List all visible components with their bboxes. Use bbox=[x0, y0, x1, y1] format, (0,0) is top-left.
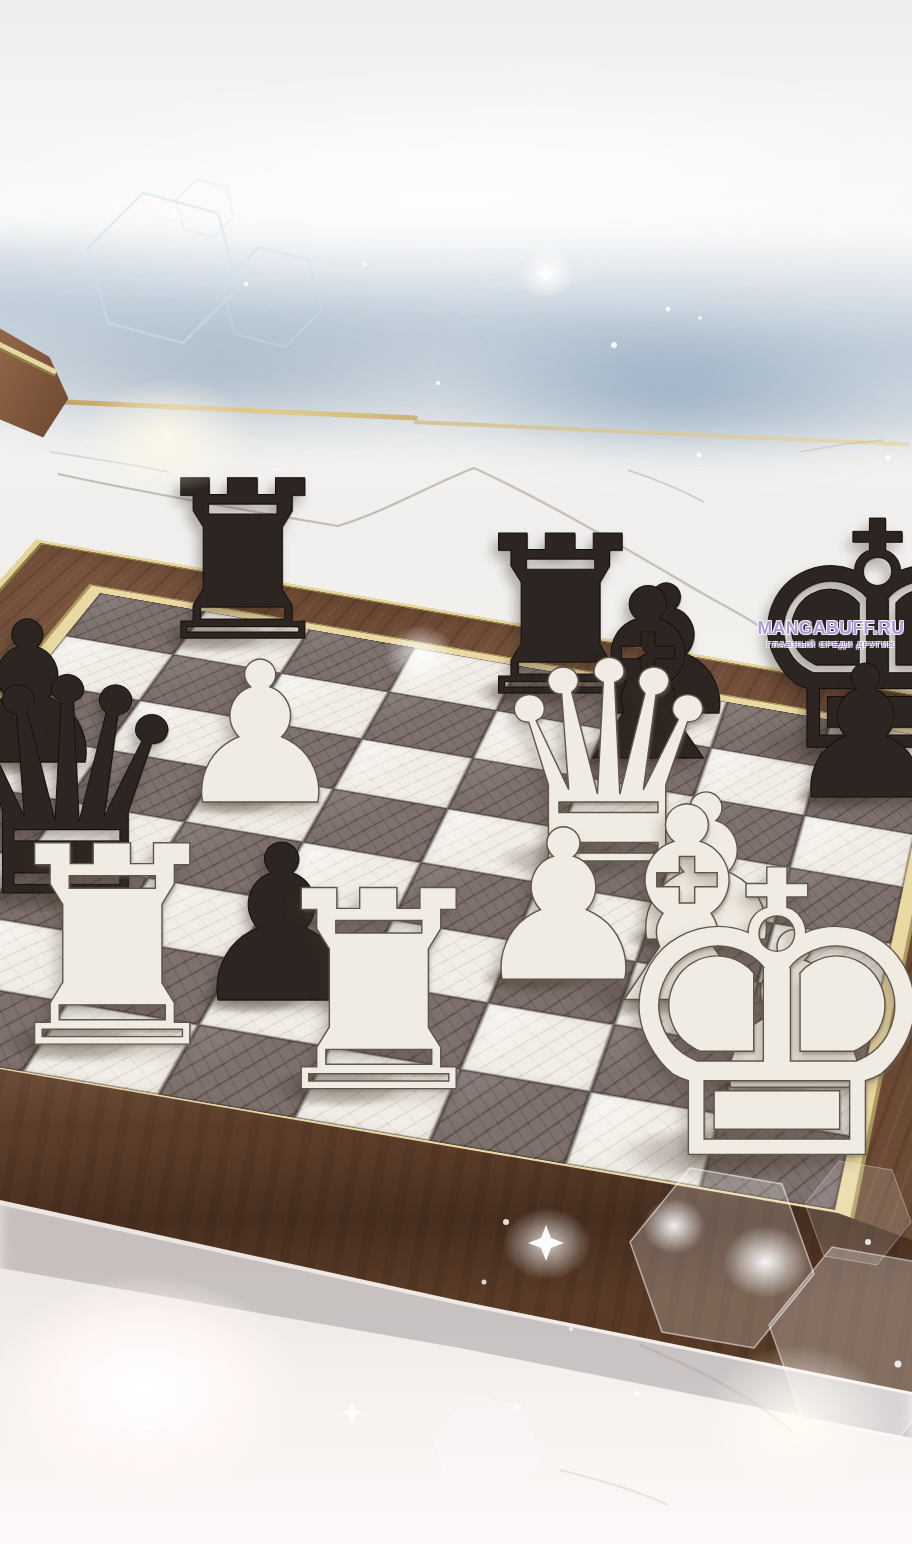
illustration-scene: ♜♜♟♚♝♟♟♟♛♟♛♟♝♟♟♜♜♚ MANGABUFF bbox=[0, 0, 912, 1544]
white-king-h1[interactable]: ♚ bbox=[600, 823, 912, 1217]
watermark-slogan: ГЛАВНЫЙ СРЕДИ ДРУГИХ bbox=[748, 640, 912, 649]
watermark-site-name: MANGABUFF.RU bbox=[748, 618, 912, 639]
white-rook-e1[interactable]: ♜ bbox=[255, 857, 502, 1132]
watermark: MANGABUFF.RU ГЛАВНЫЙ СРЕДИ ДРУГИХ bbox=[748, 618, 912, 649]
pieces-layer: ♜♜♟♚♝♟♟♟♛♟♛♟♝♟♟♜♜♚ bbox=[0, 0, 912, 1544]
white-rook-c1[interactable]: ♜ bbox=[0, 811, 236, 1087]
